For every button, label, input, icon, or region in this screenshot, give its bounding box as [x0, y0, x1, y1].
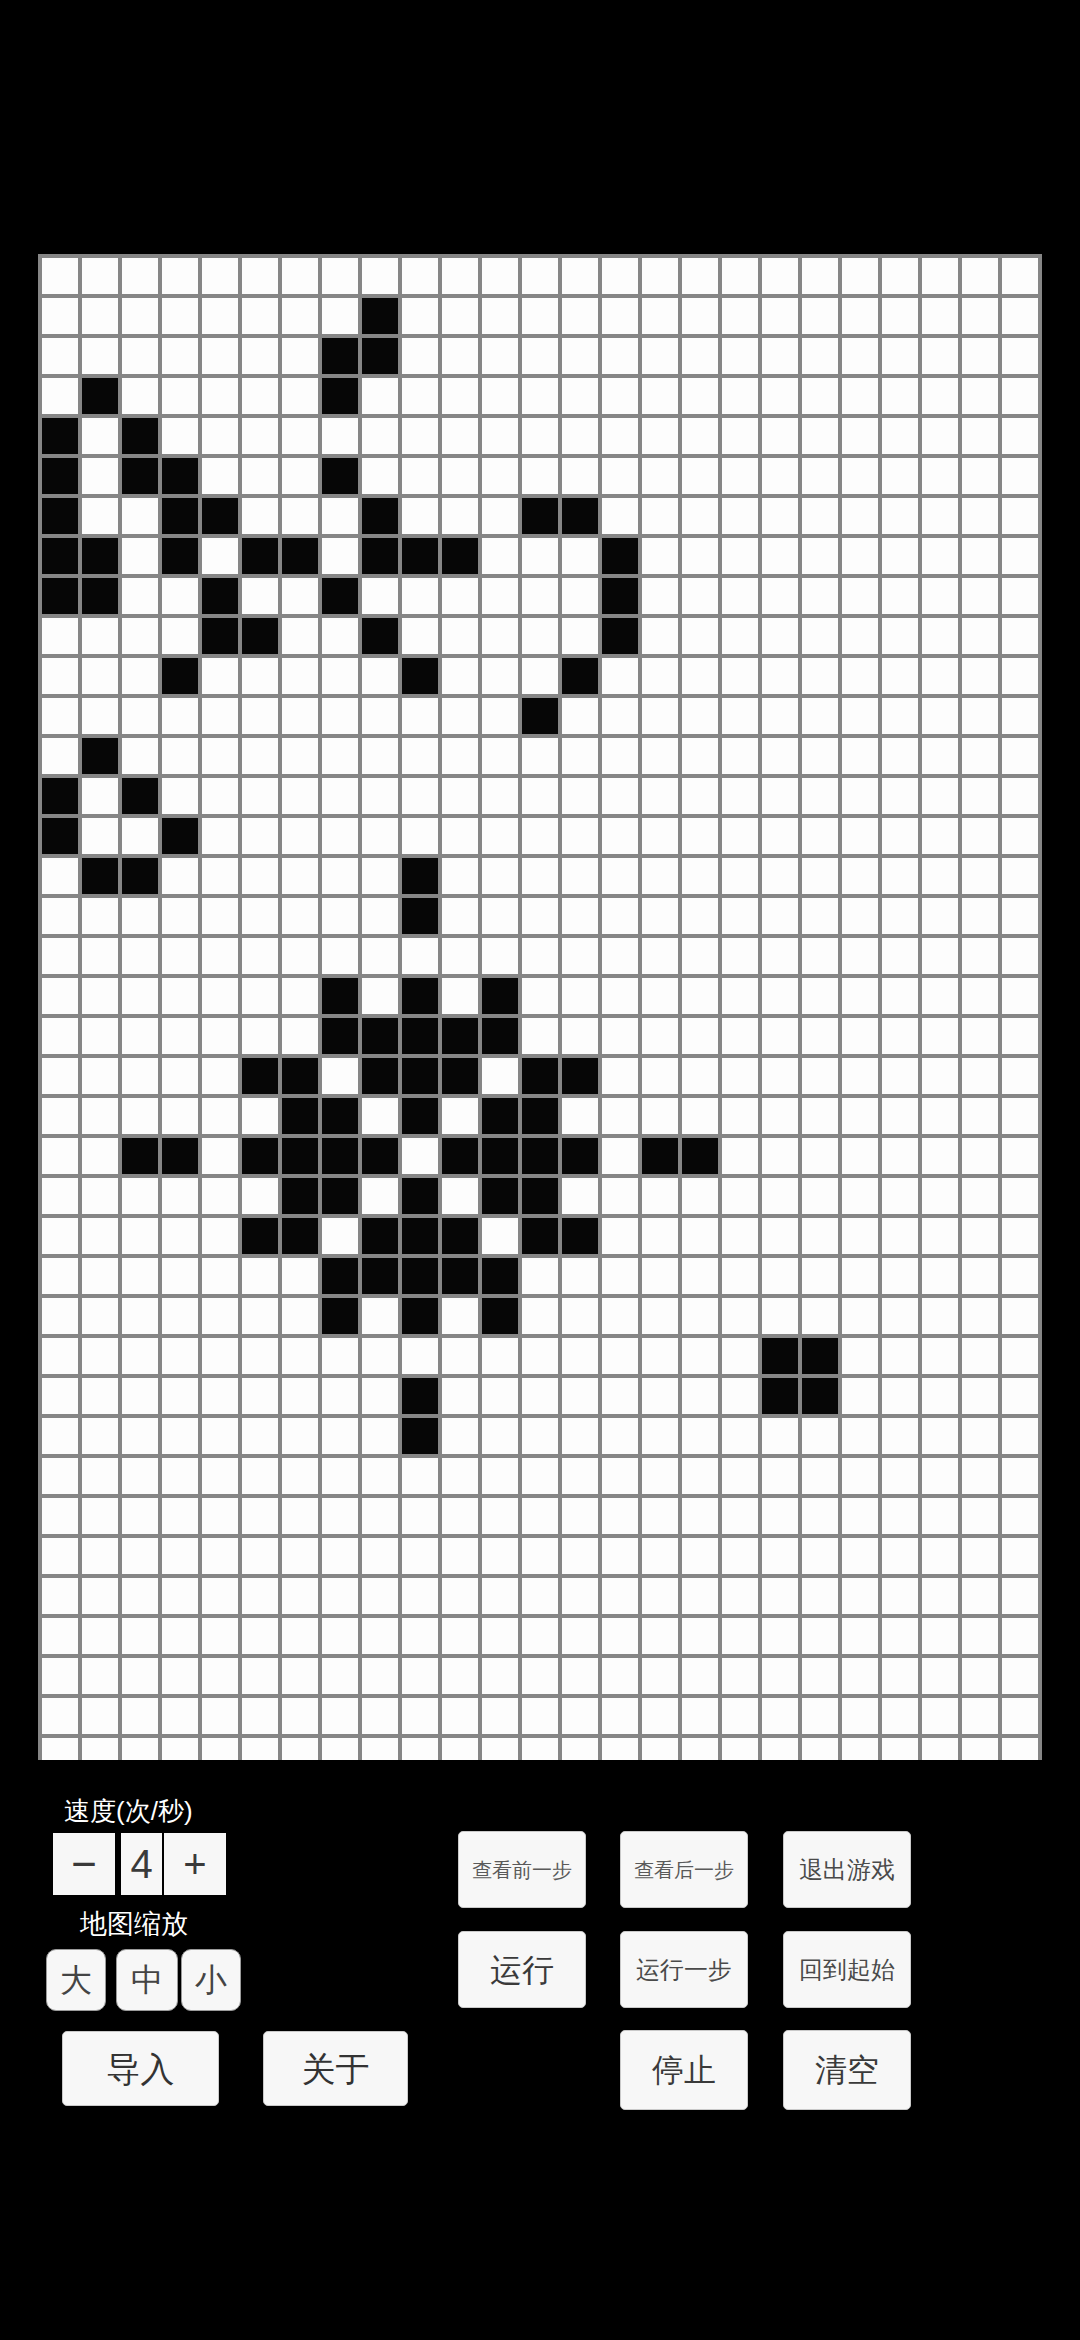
- cell-dead[interactable]: [162, 858, 198, 894]
- cell-dead[interactable]: [602, 1018, 638, 1054]
- cell-dead[interactable]: [482, 498, 518, 534]
- cell-dead[interactable]: [82, 1738, 118, 1760]
- cell-dead[interactable]: [122, 1618, 158, 1654]
- cell-dead[interactable]: [642, 1378, 678, 1414]
- cell-dead[interactable]: [682, 1338, 718, 1374]
- cell-dead[interactable]: [602, 1458, 638, 1494]
- cell-dead[interactable]: [202, 1418, 238, 1454]
- cell-dead[interactable]: [722, 538, 758, 574]
- cell-alive[interactable]: [82, 738, 118, 774]
- cell-dead[interactable]: [922, 298, 958, 334]
- cell-alive[interactable]: [242, 1138, 278, 1174]
- cell-dead[interactable]: [1002, 978, 1038, 1014]
- cell-dead[interactable]: [882, 1418, 918, 1454]
- cell-dead[interactable]: [122, 378, 158, 414]
- cell-dead[interactable]: [922, 1138, 958, 1174]
- cell-dead[interactable]: [562, 1458, 598, 1494]
- cell-dead[interactable]: [202, 1178, 238, 1214]
- cell-dead[interactable]: [202, 1738, 238, 1760]
- cell-dead[interactable]: [802, 1138, 838, 1174]
- cell-dead[interactable]: [242, 578, 278, 614]
- cell-dead[interactable]: [962, 538, 998, 574]
- cell-dead[interactable]: [282, 698, 318, 734]
- cell-dead[interactable]: [922, 1498, 958, 1534]
- cell-dead[interactable]: [562, 1538, 598, 1574]
- cell-dead[interactable]: [1002, 1378, 1038, 1414]
- cell-dead[interactable]: [722, 1658, 758, 1694]
- cell-dead[interactable]: [322, 1338, 358, 1374]
- cell-dead[interactable]: [922, 578, 958, 614]
- cell-dead[interactable]: [642, 298, 678, 334]
- cell-dead[interactable]: [482, 1738, 518, 1760]
- cell-dead[interactable]: [922, 778, 958, 814]
- cell-dead[interactable]: [1002, 1458, 1038, 1494]
- cell-dead[interactable]: [842, 1378, 878, 1414]
- cell-dead[interactable]: [642, 1298, 678, 1334]
- cell-dead[interactable]: [282, 1618, 318, 1654]
- cell-dead[interactable]: [42, 938, 78, 974]
- cell-dead[interactable]: [482, 338, 518, 374]
- cell-dead[interactable]: [82, 1698, 118, 1734]
- cell-dead[interactable]: [762, 938, 798, 974]
- cell-dead[interactable]: [642, 778, 678, 814]
- cell-alive[interactable]: [162, 658, 198, 694]
- cell-dead[interactable]: [242, 258, 278, 294]
- cell-dead[interactable]: [642, 1338, 678, 1374]
- life-board[interactable]: [38, 254, 1042, 1760]
- cell-alive[interactable]: [402, 538, 438, 574]
- cell-dead[interactable]: [762, 1298, 798, 1334]
- cell-dead[interactable]: [282, 1378, 318, 1414]
- cell-dead[interactable]: [162, 1498, 198, 1534]
- cell-dead[interactable]: [802, 778, 838, 814]
- cell-dead[interactable]: [522, 898, 558, 934]
- cell-dead[interactable]: [962, 1218, 998, 1254]
- cell-dead[interactable]: [682, 378, 718, 414]
- cell-dead[interactable]: [162, 1418, 198, 1454]
- cell-dead[interactable]: [122, 338, 158, 374]
- cell-dead[interactable]: [922, 1178, 958, 1214]
- cell-dead[interactable]: [242, 1378, 278, 1414]
- cell-dead[interactable]: [1002, 378, 1038, 414]
- cell-dead[interactable]: [82, 1418, 118, 1454]
- cell-dead[interactable]: [42, 1738, 78, 1760]
- cell-dead[interactable]: [762, 1698, 798, 1734]
- cell-alive[interactable]: [202, 498, 238, 534]
- cell-dead[interactable]: [42, 1138, 78, 1174]
- cell-alive[interactable]: [362, 538, 398, 574]
- cell-dead[interactable]: [402, 818, 438, 854]
- cell-dead[interactable]: [482, 1218, 518, 1254]
- cell-dead[interactable]: [602, 698, 638, 734]
- cell-dead[interactable]: [202, 1338, 238, 1374]
- cell-dead[interactable]: [202, 978, 238, 1014]
- cell-dead[interactable]: [642, 978, 678, 1014]
- cell-alive[interactable]: [562, 1218, 598, 1254]
- cell-dead[interactable]: [122, 1418, 158, 1454]
- cell-dead[interactable]: [842, 1538, 878, 1574]
- cell-dead[interactable]: [242, 978, 278, 1014]
- cell-dead[interactable]: [122, 1538, 158, 1574]
- cell-dead[interactable]: [722, 418, 758, 454]
- cell-dead[interactable]: [962, 1458, 998, 1494]
- cell-dead[interactable]: [522, 1618, 558, 1654]
- cell-dead[interactable]: [722, 1338, 758, 1374]
- cell-dead[interactable]: [202, 258, 238, 294]
- cell-dead[interactable]: [842, 1258, 878, 1294]
- cell-dead[interactable]: [482, 1338, 518, 1374]
- cell-dead[interactable]: [962, 458, 998, 494]
- cell-dead[interactable]: [202, 658, 238, 694]
- cell-alive[interactable]: [482, 1098, 518, 1134]
- cell-dead[interactable]: [642, 538, 678, 574]
- cell-dead[interactable]: [882, 1658, 918, 1694]
- cell-dead[interactable]: [722, 1418, 758, 1454]
- cell-dead[interactable]: [682, 298, 718, 334]
- cell-dead[interactable]: [1002, 258, 1038, 294]
- cell-alive[interactable]: [402, 978, 438, 1014]
- cell-dead[interactable]: [882, 618, 918, 654]
- cell-dead[interactable]: [282, 1658, 318, 1694]
- cell-dead[interactable]: [842, 1018, 878, 1054]
- cell-dead[interactable]: [962, 338, 998, 374]
- cell-dead[interactable]: [562, 618, 598, 654]
- cell-dead[interactable]: [762, 578, 798, 614]
- cell-dead[interactable]: [922, 338, 958, 374]
- cell-dead[interactable]: [362, 378, 398, 414]
- cell-dead[interactable]: [722, 338, 758, 374]
- cell-dead[interactable]: [922, 458, 958, 494]
- cell-alive[interactable]: [362, 298, 398, 334]
- cell-dead[interactable]: [42, 898, 78, 934]
- cell-dead[interactable]: [722, 1258, 758, 1294]
- cell-dead[interactable]: [562, 858, 598, 894]
- cell-dead[interactable]: [922, 1258, 958, 1294]
- cell-dead[interactable]: [642, 818, 678, 854]
- cell-dead[interactable]: [602, 1298, 638, 1334]
- cell-dead[interactable]: [962, 578, 998, 614]
- cell-dead[interactable]: [842, 858, 878, 894]
- cell-dead[interactable]: [922, 1618, 958, 1654]
- cell-dead[interactable]: [962, 1738, 998, 1760]
- cell-dead[interactable]: [562, 1178, 598, 1214]
- cell-dead[interactable]: [442, 578, 478, 614]
- cell-dead[interactable]: [802, 298, 838, 334]
- cell-dead[interactable]: [882, 378, 918, 414]
- cell-dead[interactable]: [642, 938, 678, 974]
- cell-dead[interactable]: [682, 738, 718, 774]
- cell-dead[interactable]: [962, 698, 998, 734]
- cell-alive[interactable]: [42, 538, 78, 574]
- cell-dead[interactable]: [722, 618, 758, 654]
- cell-dead[interactable]: [1002, 538, 1038, 574]
- cell-dead[interactable]: [802, 338, 838, 374]
- cell-dead[interactable]: [922, 1698, 958, 1734]
- cell-dead[interactable]: [1002, 458, 1038, 494]
- cell-dead[interactable]: [522, 1258, 558, 1294]
- cell-dead[interactable]: [122, 538, 158, 574]
- cell-dead[interactable]: [722, 858, 758, 894]
- cell-alive[interactable]: [122, 778, 158, 814]
- cell-dead[interactable]: [962, 298, 998, 334]
- cell-dead[interactable]: [802, 378, 838, 414]
- cell-dead[interactable]: [562, 1738, 598, 1760]
- cell-dead[interactable]: [1002, 1058, 1038, 1094]
- cell-alive[interactable]: [402, 1418, 438, 1454]
- cell-alive[interactable]: [322, 1138, 358, 1174]
- cell-dead[interactable]: [842, 1498, 878, 1534]
- cell-dead[interactable]: [442, 1298, 478, 1334]
- cell-dead[interactable]: [842, 338, 878, 374]
- cell-alive[interactable]: [362, 618, 398, 654]
- cell-alive[interactable]: [162, 1138, 198, 1174]
- cell-dead[interactable]: [562, 1098, 598, 1134]
- cell-dead[interactable]: [762, 1098, 798, 1134]
- cell-dead[interactable]: [602, 418, 638, 454]
- cell-alive[interactable]: [482, 978, 518, 1014]
- cell-dead[interactable]: [522, 738, 558, 774]
- cell-alive[interactable]: [762, 1378, 798, 1414]
- cell-dead[interactable]: [722, 1538, 758, 1574]
- cell-dead[interactable]: [42, 858, 78, 894]
- cell-dead[interactable]: [282, 978, 318, 1014]
- cell-dead[interactable]: [962, 818, 998, 854]
- cell-dead[interactable]: [442, 338, 478, 374]
- cell-dead[interactable]: [522, 818, 558, 854]
- cell-dead[interactable]: [42, 1058, 78, 1094]
- cell-dead[interactable]: [122, 938, 158, 974]
- cell-dead[interactable]: [522, 418, 558, 454]
- cell-dead[interactable]: [762, 1578, 798, 1614]
- speed-decrease-button[interactable]: −: [53, 1833, 115, 1895]
- cell-dead[interactable]: [642, 1458, 678, 1494]
- cell-dead[interactable]: [82, 1138, 118, 1174]
- cell-dead[interactable]: [722, 1618, 758, 1654]
- cell-dead[interactable]: [922, 1458, 958, 1494]
- cell-dead[interactable]: [362, 258, 398, 294]
- cell-dead[interactable]: [842, 498, 878, 534]
- cell-alive[interactable]: [442, 1018, 478, 1054]
- cell-alive[interactable]: [362, 1258, 398, 1294]
- cell-dead[interactable]: [1002, 1178, 1038, 1214]
- cell-alive[interactable]: [602, 618, 638, 654]
- cell-dead[interactable]: [202, 858, 238, 894]
- cell-dead[interactable]: [122, 1298, 158, 1334]
- cell-dead[interactable]: [922, 658, 958, 694]
- cell-dead[interactable]: [882, 418, 918, 454]
- cell-dead[interactable]: [682, 1498, 718, 1534]
- cell-dead[interactable]: [562, 738, 598, 774]
- cell-dead[interactable]: [242, 898, 278, 934]
- cell-dead[interactable]: [362, 738, 398, 774]
- cell-dead[interactable]: [842, 1458, 878, 1494]
- cell-dead[interactable]: [682, 938, 718, 974]
- cell-alive[interactable]: [442, 1058, 478, 1094]
- cell-alive[interactable]: [522, 498, 558, 534]
- cell-dead[interactable]: [882, 658, 918, 694]
- cell-dead[interactable]: [82, 1378, 118, 1414]
- cell-dead[interactable]: [442, 1618, 478, 1654]
- cell-dead[interactable]: [202, 818, 238, 854]
- cell-dead[interactable]: [122, 1498, 158, 1534]
- cell-dead[interactable]: [882, 1578, 918, 1614]
- cell-alive[interactable]: [82, 858, 118, 894]
- cell-dead[interactable]: [362, 1098, 398, 1134]
- cell-dead[interactable]: [682, 538, 718, 574]
- cell-dead[interactable]: [562, 1698, 598, 1734]
- cell-alive[interactable]: [202, 618, 238, 654]
- cell-dead[interactable]: [482, 738, 518, 774]
- cell-alive[interactable]: [322, 1298, 358, 1334]
- cell-dead[interactable]: [282, 418, 318, 454]
- cell-dead[interactable]: [42, 258, 78, 294]
- cell-dead[interactable]: [282, 1498, 318, 1534]
- cell-dead[interactable]: [482, 1498, 518, 1534]
- cell-dead[interactable]: [802, 1458, 838, 1494]
- cell-dead[interactable]: [322, 1738, 358, 1760]
- cell-dead[interactable]: [122, 978, 158, 1014]
- cell-dead[interactable]: [1002, 298, 1038, 334]
- cell-dead[interactable]: [922, 498, 958, 534]
- cell-dead[interactable]: [82, 1498, 118, 1534]
- cell-dead[interactable]: [762, 498, 798, 534]
- cell-dead[interactable]: [962, 1258, 998, 1294]
- cell-dead[interactable]: [282, 378, 318, 414]
- cell-dead[interactable]: [202, 778, 238, 814]
- cell-dead[interactable]: [642, 458, 678, 494]
- cell-dead[interactable]: [362, 1298, 398, 1334]
- cell-dead[interactable]: [202, 1138, 238, 1174]
- cell-dead[interactable]: [722, 258, 758, 294]
- cell-dead[interactable]: [842, 1738, 878, 1760]
- cell-dead[interactable]: [362, 1538, 398, 1574]
- cell-dead[interactable]: [762, 298, 798, 334]
- cell-dead[interactable]: [882, 1378, 918, 1414]
- cell-dead[interactable]: [442, 698, 478, 734]
- cell-dead[interactable]: [402, 1658, 438, 1694]
- cell-dead[interactable]: [642, 1578, 678, 1614]
- cell-dead[interactable]: [1002, 1498, 1038, 1534]
- cell-dead[interactable]: [722, 778, 758, 814]
- cell-dead[interactable]: [722, 1138, 758, 1174]
- cell-dead[interactable]: [442, 458, 478, 494]
- cell-dead[interactable]: [402, 1138, 438, 1174]
- cell-dead[interactable]: [322, 258, 358, 294]
- cell-dead[interactable]: [842, 1178, 878, 1214]
- cell-dead[interactable]: [802, 738, 838, 774]
- cell-dead[interactable]: [1002, 618, 1038, 654]
- cell-dead[interactable]: [1002, 1658, 1038, 1694]
- cell-dead[interactable]: [362, 818, 398, 854]
- cell-dead[interactable]: [882, 1738, 918, 1760]
- cell-dead[interactable]: [522, 1698, 558, 1734]
- cell-dead[interactable]: [402, 1498, 438, 1534]
- cell-dead[interactable]: [522, 338, 558, 374]
- cell-dead[interactable]: [322, 1418, 358, 1454]
- cell-dead[interactable]: [242, 658, 278, 694]
- cell-dead[interactable]: [282, 458, 318, 494]
- cell-dead[interactable]: [602, 978, 638, 1014]
- cell-dead[interactable]: [962, 858, 998, 894]
- cell-dead[interactable]: [242, 738, 278, 774]
- cell-dead[interactable]: [482, 458, 518, 494]
- cell-dead[interactable]: [682, 978, 718, 1014]
- cell-dead[interactable]: [402, 338, 438, 374]
- cell-dead[interactable]: [522, 938, 558, 974]
- cell-dead[interactable]: [882, 978, 918, 1014]
- cell-dead[interactable]: [722, 1738, 758, 1760]
- cell-dead[interactable]: [202, 1578, 238, 1614]
- cell-dead[interactable]: [242, 498, 278, 534]
- cell-dead[interactable]: [962, 1618, 998, 1654]
- cell-dead[interactable]: [722, 1098, 758, 1134]
- cell-dead[interactable]: [882, 458, 918, 494]
- cell-dead[interactable]: [882, 498, 918, 534]
- cell-dead[interactable]: [762, 858, 798, 894]
- cell-dead[interactable]: [602, 1138, 638, 1174]
- cell-dead[interactable]: [482, 658, 518, 694]
- cell-dead[interactable]: [682, 1098, 718, 1134]
- cell-dead[interactable]: [802, 658, 838, 694]
- cell-dead[interactable]: [202, 338, 238, 374]
- exit-game-button[interactable]: 退出游戏: [783, 1831, 911, 1908]
- cell-dead[interactable]: [242, 1018, 278, 1054]
- cell-dead[interactable]: [82, 1538, 118, 1574]
- cell-dead[interactable]: [1002, 1138, 1038, 1174]
- cell-dead[interactable]: [962, 898, 998, 934]
- cell-alive[interactable]: [242, 538, 278, 574]
- cell-dead[interactable]: [1002, 1738, 1038, 1760]
- cell-dead[interactable]: [202, 1658, 238, 1694]
- cell-alive[interactable]: [242, 618, 278, 654]
- cell-dead[interactable]: [162, 578, 198, 614]
- cell-dead[interactable]: [962, 1098, 998, 1134]
- cell-dead[interactable]: [482, 538, 518, 574]
- cell-dead[interactable]: [602, 818, 638, 854]
- cell-alive[interactable]: [282, 538, 318, 574]
- cell-alive[interactable]: [322, 378, 358, 414]
- cell-alive[interactable]: [442, 538, 478, 574]
- cell-dead[interactable]: [402, 938, 438, 974]
- cell-alive[interactable]: [322, 458, 358, 494]
- cell-dead[interactable]: [762, 618, 798, 654]
- cell-dead[interactable]: [962, 1298, 998, 1334]
- cell-dead[interactable]: [202, 538, 238, 574]
- cell-alive[interactable]: [362, 1018, 398, 1054]
- cell-dead[interactable]: [202, 1698, 238, 1734]
- cell-dead[interactable]: [482, 818, 518, 854]
- cell-dead[interactable]: [242, 1538, 278, 1574]
- cell-dead[interactable]: [82, 778, 118, 814]
- cell-dead[interactable]: [122, 1738, 158, 1760]
- cell-alive[interactable]: [522, 1218, 558, 1254]
- cell-dead[interactable]: [602, 378, 638, 414]
- cell-dead[interactable]: [242, 778, 278, 814]
- cell-dead[interactable]: [1002, 938, 1038, 974]
- cell-alive[interactable]: [402, 1258, 438, 1294]
- cell-dead[interactable]: [362, 1498, 398, 1534]
- cell-dead[interactable]: [322, 1658, 358, 1694]
- cell-dead[interactable]: [802, 1178, 838, 1214]
- cell-alive[interactable]: [42, 778, 78, 814]
- cell-dead[interactable]: [882, 1618, 918, 1654]
- cell-dead[interactable]: [282, 778, 318, 814]
- cell-dead[interactable]: [642, 1738, 678, 1760]
- cell-dead[interactable]: [722, 1058, 758, 1094]
- cell-dead[interactable]: [962, 618, 998, 654]
- cell-dead[interactable]: [82, 418, 118, 454]
- cell-dead[interactable]: [882, 1338, 918, 1374]
